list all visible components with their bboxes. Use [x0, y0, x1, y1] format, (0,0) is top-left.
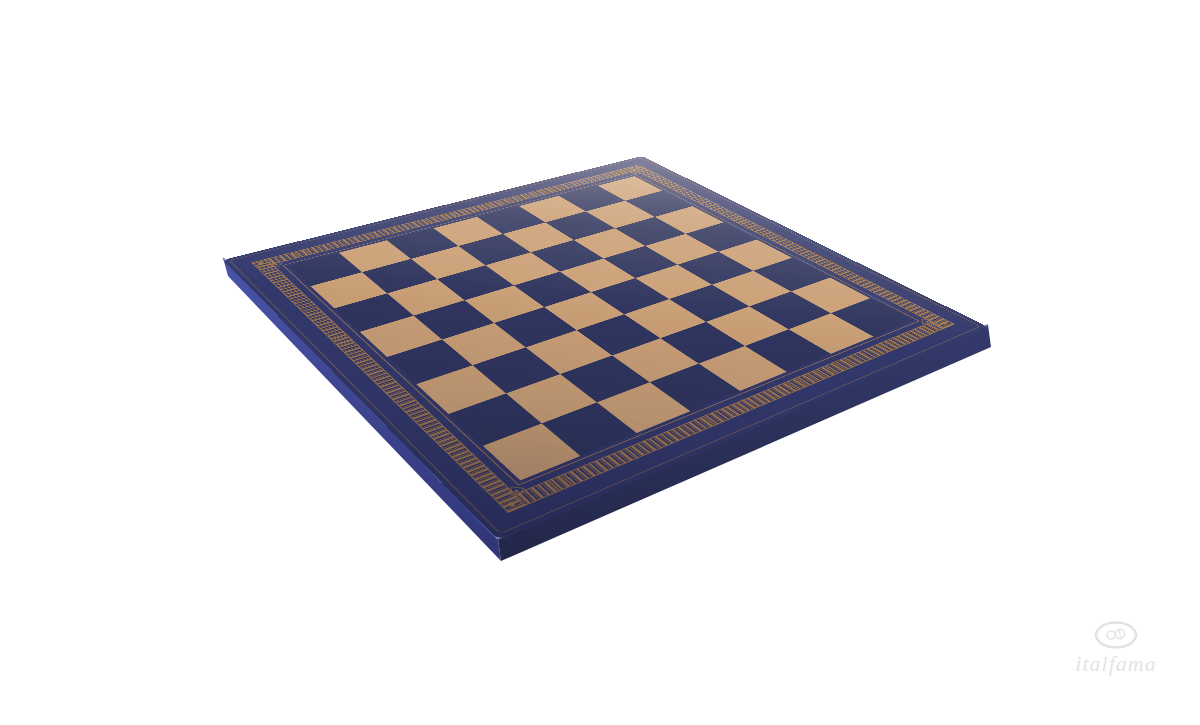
photo-canvas: italfama [0, 0, 1200, 725]
watermark-text: italfama [1054, 652, 1178, 676]
corner-flower-motif [921, 319, 932, 325]
watermark: italfama [1054, 620, 1178, 676]
watermark-logo-icon [1092, 620, 1140, 652]
corner-flower-motif [631, 170, 640, 174]
